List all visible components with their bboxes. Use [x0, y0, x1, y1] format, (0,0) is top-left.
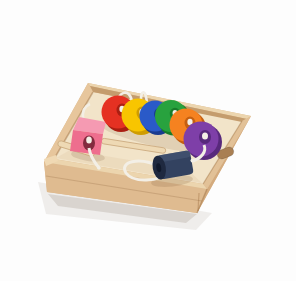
tray-scene [0, 0, 296, 281]
toy-product-photo [0, 0, 296, 281]
string-exit-dot [191, 159, 195, 163]
cube-hole-string [86, 137, 92, 144]
string-tail-tip [97, 166, 101, 170]
ring-purple-string [202, 133, 208, 140]
